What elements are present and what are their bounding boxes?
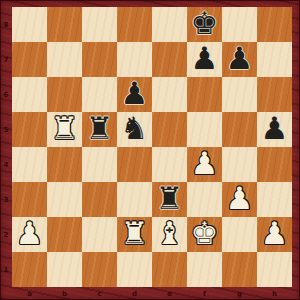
square-b6 — [47, 77, 82, 112]
square-b1 — [47, 252, 82, 287]
rank-label-6: 6 — [0, 77, 12, 112]
black-rook: ♜ — [156, 182, 184, 216]
square-c7 — [82, 42, 117, 77]
square-f2: ♚ — [187, 217, 222, 252]
white-rook: ♜ — [121, 217, 149, 251]
square-g6 — [222, 77, 257, 112]
square-h5: ♟ — [257, 112, 292, 147]
square-h8 — [257, 7, 292, 42]
square-g2 — [222, 217, 257, 252]
black-pawn: ♟ — [191, 42, 219, 76]
rank-label-8: 8 — [0, 7, 12, 42]
square-c1 — [82, 252, 117, 287]
white-pawn: ♟ — [261, 217, 289, 251]
file-label-h: h — [257, 287, 292, 300]
square-c8 — [82, 7, 117, 42]
square-e4 — [152, 147, 187, 182]
white-bishop: ♝ — [156, 217, 184, 251]
square-f6 — [187, 77, 222, 112]
square-f7: ♟ — [187, 42, 222, 77]
rank-labels: 87654321 — [0, 7, 12, 287]
rank-label-4: 4 — [0, 147, 12, 182]
square-h6 — [257, 77, 292, 112]
square-a5 — [12, 112, 47, 147]
square-h3 — [257, 182, 292, 217]
square-a6 — [12, 77, 47, 112]
square-c4 — [82, 147, 117, 182]
square-d3 — [117, 182, 152, 217]
rank-label-7: 7 — [0, 42, 12, 77]
square-f8: ♚ — [187, 7, 222, 42]
square-e2: ♝ — [152, 217, 187, 252]
file-label-f: f — [187, 287, 222, 300]
square-c2 — [82, 217, 117, 252]
white-king: ♚ — [191, 217, 219, 251]
square-h7 — [257, 42, 292, 77]
square-b3 — [47, 182, 82, 217]
square-f3 — [187, 182, 222, 217]
square-a8 — [12, 7, 47, 42]
black-pawn: ♟ — [261, 112, 289, 146]
square-a1 — [12, 252, 47, 287]
black-king: ♚ — [191, 7, 219, 41]
white-pawn: ♟ — [226, 182, 254, 216]
board: ♚♟♟♟♜♜♞♟♟♜♟♟♜♝♚♟ — [12, 7, 292, 287]
square-g5 — [222, 112, 257, 147]
square-e1 — [152, 252, 187, 287]
square-g7: ♟ — [222, 42, 257, 77]
black-rook: ♜ — [86, 112, 114, 146]
board-frame: 87654321 abcdefgh ♚♟♟♟♜♜♞♟♟♜♟♟♜♝♚♟ — [0, 0, 300, 300]
black-pawn: ♟ — [226, 42, 254, 76]
white-pawn: ♟ — [191, 147, 219, 181]
file-labels: abcdefgh — [12, 287, 292, 300]
square-b7 — [47, 42, 82, 77]
square-b5: ♜ — [47, 112, 82, 147]
square-f5 — [187, 112, 222, 147]
square-e8 — [152, 7, 187, 42]
square-a3 — [12, 182, 47, 217]
square-c5: ♜ — [82, 112, 117, 147]
black-knight: ♞ — [121, 112, 149, 146]
square-a7 — [12, 42, 47, 77]
square-d8 — [117, 7, 152, 42]
square-f4: ♟ — [187, 147, 222, 182]
square-a2: ♟ — [12, 217, 47, 252]
square-h2: ♟ — [257, 217, 292, 252]
square-h4 — [257, 147, 292, 182]
black-pawn: ♟ — [121, 77, 149, 111]
rank-label-3: 3 — [0, 182, 12, 217]
square-b8 — [47, 7, 82, 42]
square-d5: ♞ — [117, 112, 152, 147]
square-e5 — [152, 112, 187, 147]
file-label-c: c — [82, 287, 117, 300]
square-f1 — [187, 252, 222, 287]
rank-label-2: 2 — [0, 217, 12, 252]
file-label-a: a — [12, 287, 47, 300]
square-c3 — [82, 182, 117, 217]
square-g8 — [222, 7, 257, 42]
square-g3: ♟ — [222, 182, 257, 217]
square-b4 — [47, 147, 82, 182]
square-d4 — [117, 147, 152, 182]
square-d1 — [117, 252, 152, 287]
file-label-d: d — [117, 287, 152, 300]
rank-label-5: 5 — [0, 112, 12, 147]
square-g1 — [222, 252, 257, 287]
square-g4 — [222, 147, 257, 182]
white-pawn: ♟ — [16, 217, 44, 251]
square-d7 — [117, 42, 152, 77]
white-rook: ♜ — [51, 112, 79, 146]
rank-label-1: 1 — [0, 252, 12, 287]
square-d2: ♜ — [117, 217, 152, 252]
file-label-b: b — [47, 287, 82, 300]
square-c6 — [82, 77, 117, 112]
square-h1 — [257, 252, 292, 287]
square-b2 — [47, 217, 82, 252]
square-d6: ♟ — [117, 77, 152, 112]
file-label-e: e — [152, 287, 187, 300]
square-e6 — [152, 77, 187, 112]
square-e7 — [152, 42, 187, 77]
file-label-g: g — [222, 287, 257, 300]
square-e3: ♜ — [152, 182, 187, 217]
square-a4 — [12, 147, 47, 182]
